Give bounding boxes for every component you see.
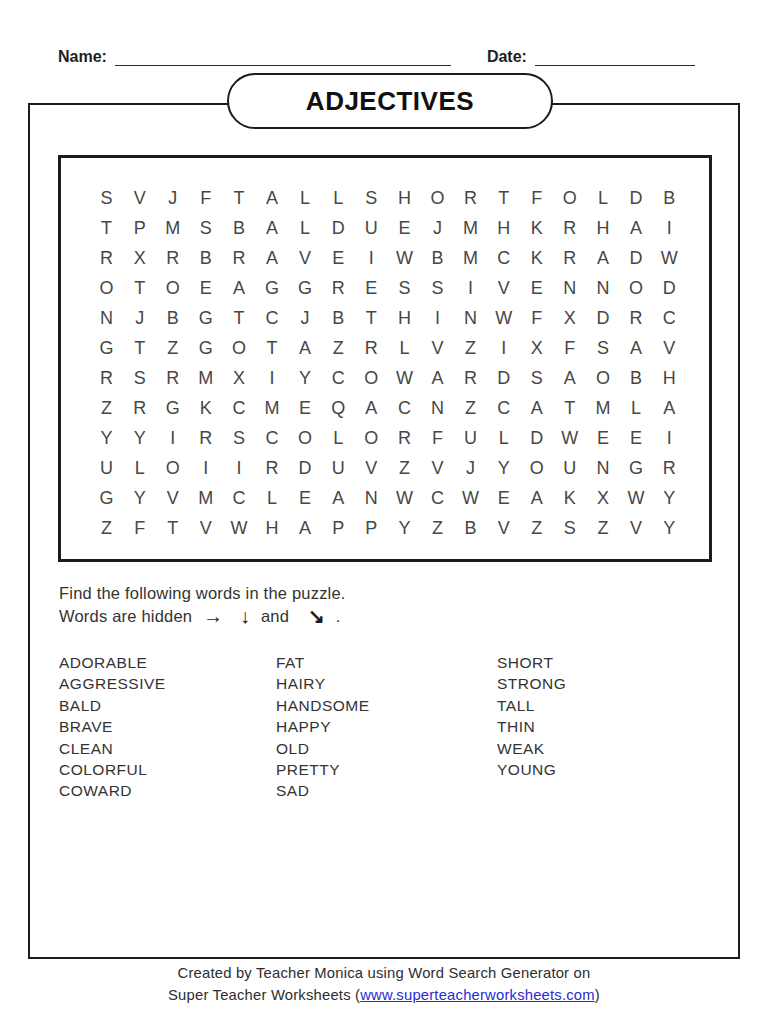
grid-cell: L xyxy=(620,394,653,424)
grid-cell: O xyxy=(289,424,322,454)
grid-cell: A xyxy=(289,334,322,364)
grid-cell: R xyxy=(222,244,255,274)
grid-cell: S xyxy=(355,184,388,214)
grid-cell: H xyxy=(388,184,421,214)
grid-cell: F xyxy=(189,184,222,214)
grid-cell: Y xyxy=(653,513,686,543)
grid-cell: E xyxy=(355,274,388,304)
grid-cell: A xyxy=(255,244,288,274)
grid-cell: A xyxy=(553,364,586,394)
grid-cell: G xyxy=(90,334,123,364)
grid-cell: W xyxy=(653,244,686,274)
grid-cell: I xyxy=(421,304,454,334)
grid-cell: U xyxy=(90,453,123,483)
grid-cell: R xyxy=(156,244,189,274)
grid-cell: X xyxy=(553,304,586,334)
grid-cell: C xyxy=(487,394,520,424)
grid-cell: K xyxy=(520,244,553,274)
grid-cell: D xyxy=(487,364,520,394)
grid-cell: E xyxy=(487,483,520,513)
grid-cell: B xyxy=(189,244,222,274)
grid-cell: A xyxy=(653,394,686,424)
word-list-item: HAPPY xyxy=(276,716,370,737)
word-list-item: SAD xyxy=(276,780,370,801)
grid-cell: C xyxy=(421,483,454,513)
grid-cell: X xyxy=(123,244,156,274)
grid-cell: A xyxy=(255,184,288,214)
grid-cell: H xyxy=(255,513,288,543)
grid-cell: F xyxy=(123,513,156,543)
grid-cell: S xyxy=(189,214,222,244)
word-list-item: BALD xyxy=(59,695,166,716)
grid-cell: G xyxy=(620,453,653,483)
grid-cell: B xyxy=(620,364,653,394)
grid-cell: G xyxy=(255,274,288,304)
grid-cell: O xyxy=(355,364,388,394)
grid-cell: K xyxy=(553,483,586,513)
grid-cell: L xyxy=(255,483,288,513)
arrow-right-icon: → xyxy=(203,605,223,627)
grid-cell: D xyxy=(620,244,653,274)
word-list-item: HANDSOME xyxy=(276,695,370,716)
grid-cell: R xyxy=(454,184,487,214)
word-list-item: SHORT xyxy=(497,652,566,673)
grid-cell: Z xyxy=(388,453,421,483)
grid-cell: I xyxy=(487,334,520,364)
grid-cell: W xyxy=(388,364,421,394)
grid-cell: Z xyxy=(90,394,123,424)
grid-cell: L xyxy=(322,184,355,214)
name-label: Name: xyxy=(58,48,107,66)
grid-cell: C xyxy=(255,304,288,334)
grid-cell: D xyxy=(586,304,619,334)
word-list-item: HAIRY xyxy=(276,673,370,694)
grid-cell: Z xyxy=(520,513,553,543)
grid-cell: G xyxy=(189,304,222,334)
grid-cell: I xyxy=(653,424,686,454)
grid-cell: L xyxy=(123,453,156,483)
grid-cell: F xyxy=(421,424,454,454)
grid-cell: V xyxy=(421,334,454,364)
grid-cell: S xyxy=(388,274,421,304)
grid-cell: N xyxy=(454,304,487,334)
grid-cell: R xyxy=(454,364,487,394)
grid-cell: V xyxy=(620,513,653,543)
grid-cell: I xyxy=(355,244,388,274)
grid-cell: U xyxy=(355,214,388,244)
grid-cell: Z xyxy=(586,513,619,543)
grid-cell: B xyxy=(653,184,686,214)
grid-cell: A xyxy=(355,394,388,424)
grid-cell: N xyxy=(421,394,454,424)
grid-cell: A xyxy=(255,214,288,244)
footer: Created by Teacher Monica using Word Sea… xyxy=(0,963,768,1006)
word-list-item: ADORABLE xyxy=(59,652,166,673)
grid-cell: N xyxy=(586,453,619,483)
grid-cell: D xyxy=(322,214,355,244)
grid-cell: W xyxy=(222,513,255,543)
grid-cell: R xyxy=(156,364,189,394)
page-title: ADJECTIVES xyxy=(306,86,474,117)
grid-cell: S xyxy=(553,513,586,543)
grid-cell: M xyxy=(454,244,487,274)
grid-cell: T xyxy=(355,304,388,334)
grid-cell: D xyxy=(289,453,322,483)
word-list-item: PRETTY xyxy=(276,759,370,780)
grid-cell: I xyxy=(222,453,255,483)
grid-cell: R xyxy=(553,214,586,244)
grid-cell: X xyxy=(222,364,255,394)
date-label: Date: xyxy=(487,48,527,66)
grid-cell: I xyxy=(454,274,487,304)
grid-cell: R xyxy=(388,424,421,454)
grid-cell: L xyxy=(322,424,355,454)
grid-cell: A xyxy=(421,364,454,394)
grid-cell: S xyxy=(90,184,123,214)
grid-cell: Z xyxy=(156,334,189,364)
grid-cell: G xyxy=(289,274,322,304)
instructions-line2-text: Words are hidden xyxy=(59,607,192,625)
word-list-item: WEAK xyxy=(497,738,566,759)
grid-cell: W xyxy=(388,483,421,513)
grid-cell: S xyxy=(222,424,255,454)
grid-cell: O xyxy=(421,184,454,214)
grid-cell: S xyxy=(586,334,619,364)
word-list-item: YOUNG xyxy=(497,759,566,780)
grid-cell: V xyxy=(421,453,454,483)
grid-cell: O xyxy=(586,364,619,394)
grid-cell: V xyxy=(487,274,520,304)
grid-cell: O xyxy=(520,453,553,483)
word-list-item: OLD xyxy=(276,738,370,759)
grid-cell: V xyxy=(355,453,388,483)
grid-cell: X xyxy=(520,334,553,364)
word-search-board: SVJFTALLSHORTFOLDBTPMSBALDUEJMHKRHAIRXRB… xyxy=(58,155,712,562)
word-search-grid: SVJFTALLSHORTFOLDBTPMSBALDUEJMHKRHAIRXRB… xyxy=(90,184,686,543)
grid-cell: J xyxy=(454,453,487,483)
grid-cell: W xyxy=(454,483,487,513)
grid-cell: C xyxy=(653,304,686,334)
grid-cell: Y xyxy=(123,483,156,513)
grid-cell: Z xyxy=(421,513,454,543)
grid-cell: P xyxy=(355,513,388,543)
grid-cell: E xyxy=(586,424,619,454)
grid-cell: F xyxy=(553,334,586,364)
instructions-and-text: and xyxy=(261,607,289,625)
grid-cell: W xyxy=(620,483,653,513)
grid-cell: R xyxy=(620,304,653,334)
grid-cell: A xyxy=(620,214,653,244)
grid-cell: B xyxy=(421,244,454,274)
grid-cell: A xyxy=(520,483,553,513)
grid-cell: O xyxy=(620,274,653,304)
grid-cell: W xyxy=(487,304,520,334)
grid-cell: V xyxy=(487,513,520,543)
arrow-diagonal-icon: ↘ xyxy=(308,605,325,627)
word-list-item: FAT xyxy=(276,652,370,673)
grid-cell: D xyxy=(620,184,653,214)
grid-cell: U xyxy=(553,453,586,483)
grid-cell: T xyxy=(123,334,156,364)
word-list-item: TALL xyxy=(497,695,566,716)
grid-cell: T xyxy=(90,214,123,244)
word-list-column-1: ADORABLEAGGRESSIVEBALDBRAVECLEANCOLORFUL… xyxy=(59,652,166,802)
grid-cell: S xyxy=(123,364,156,394)
grid-cell: M xyxy=(454,214,487,244)
date-write-line xyxy=(535,45,695,66)
grid-cell: M xyxy=(189,483,222,513)
grid-cell: G xyxy=(90,483,123,513)
grid-cell: C xyxy=(255,424,288,454)
grid-cell: A xyxy=(520,394,553,424)
grid-cell: O xyxy=(222,334,255,364)
grid-cell: R xyxy=(90,244,123,274)
grid-cell: O xyxy=(553,184,586,214)
grid-cell: G xyxy=(156,394,189,424)
title-banner: ADJECTIVES xyxy=(227,73,553,129)
footer-line1: Created by Teacher Monica using Word Sea… xyxy=(0,963,768,985)
grid-cell: J xyxy=(156,184,189,214)
grid-cell: R xyxy=(123,394,156,424)
grid-cell: T xyxy=(487,184,520,214)
footer-line2: Super Teacher Worksheets (www.superteach… xyxy=(0,985,768,1007)
grid-cell: T xyxy=(222,184,255,214)
grid-cell: Y xyxy=(653,483,686,513)
grid-cell: I xyxy=(653,214,686,244)
grid-cell: H xyxy=(487,214,520,244)
grid-cell: O xyxy=(355,424,388,454)
word-list-item: BRAVE xyxy=(59,716,166,737)
grid-cell: I xyxy=(189,453,222,483)
grid-cell: N xyxy=(553,274,586,304)
name-date-row: Name: Date: xyxy=(58,44,695,66)
grid-cell: R xyxy=(553,244,586,274)
grid-cell: Z xyxy=(322,334,355,364)
grid-cell: E xyxy=(388,214,421,244)
grid-cell: Y xyxy=(90,424,123,454)
grid-cell: V xyxy=(189,513,222,543)
grid-cell: C xyxy=(388,394,421,424)
word-list-item: COLORFUL xyxy=(59,759,166,780)
grid-cell: Y xyxy=(487,453,520,483)
grid-cell: T xyxy=(255,334,288,364)
grid-cell: B xyxy=(156,304,189,334)
grid-cell: B xyxy=(222,214,255,244)
footer-line2-suffix: ) xyxy=(595,987,600,1003)
grid-cell: P xyxy=(123,214,156,244)
grid-cell: A xyxy=(289,513,322,543)
word-list-item: COWARD xyxy=(59,780,166,801)
grid-cell: O xyxy=(156,453,189,483)
grid-cell: O xyxy=(156,274,189,304)
grid-cell: T xyxy=(222,304,255,334)
grid-cell: F xyxy=(520,184,553,214)
word-list-item: CLEAN xyxy=(59,738,166,759)
grid-cell: C xyxy=(222,483,255,513)
grid-cell: J xyxy=(421,214,454,244)
grid-cell: U xyxy=(454,424,487,454)
instructions-period: . xyxy=(336,607,341,625)
grid-cell: Y xyxy=(388,513,421,543)
grid-cell: D xyxy=(520,424,553,454)
grid-cell: A xyxy=(322,483,355,513)
grid-cell: T xyxy=(553,394,586,424)
grid-cell: X xyxy=(586,483,619,513)
grid-cell: V xyxy=(289,244,322,274)
grid-cell: R xyxy=(355,334,388,364)
grid-cell: S xyxy=(421,274,454,304)
word-list-column-2: FATHAIRYHANDSOMEHAPPYOLDPRETTYSAD xyxy=(276,652,370,802)
instructions-line1: Find the following words in the puzzle. xyxy=(59,582,346,605)
grid-cell: Z xyxy=(90,513,123,543)
instructions-line2: Words are hidden → ↓ and ↘ . xyxy=(59,605,346,628)
grid-cell: W xyxy=(553,424,586,454)
grid-cell: L xyxy=(487,424,520,454)
grid-cell: K xyxy=(189,394,222,424)
grid-cell: I xyxy=(255,364,288,394)
grid-cell: E xyxy=(322,244,355,274)
grid-cell: T xyxy=(156,513,189,543)
grid-cell: S xyxy=(520,364,553,394)
grid-cell: B xyxy=(454,513,487,543)
grid-cell: M xyxy=(255,394,288,424)
word-list-item: STRONG xyxy=(497,673,566,694)
grid-cell: E xyxy=(520,274,553,304)
word-list-item: THIN xyxy=(497,716,566,737)
grid-cell: Y xyxy=(289,364,322,394)
word-list-item: AGGRESSIVE xyxy=(59,673,166,694)
grid-cell: V xyxy=(123,184,156,214)
grid-cell: M xyxy=(156,214,189,244)
grid-cell: B xyxy=(322,304,355,334)
grid-cell: Q xyxy=(322,394,355,424)
grid-cell: H xyxy=(388,304,421,334)
grid-cell: H xyxy=(586,214,619,244)
grid-cell: V xyxy=(156,483,189,513)
grid-cell: E xyxy=(289,394,322,424)
grid-cell: L xyxy=(388,334,421,364)
grid-cell: W xyxy=(388,244,421,274)
word-list-column-3: SHORTSTRONGTALLTHINWEAKYOUNG xyxy=(497,652,566,780)
grid-cell: T xyxy=(123,274,156,304)
grid-cell: R xyxy=(653,453,686,483)
grid-cell: Y xyxy=(123,424,156,454)
grid-cell: V xyxy=(653,334,686,364)
grid-cell: A xyxy=(586,244,619,274)
grid-cell: M xyxy=(586,394,619,424)
grid-cell: Z xyxy=(454,394,487,424)
grid-cell: I xyxy=(156,424,189,454)
grid-cell: N xyxy=(586,274,619,304)
grid-cell: D xyxy=(653,274,686,304)
grid-cell: U xyxy=(322,453,355,483)
grid-cell: Z xyxy=(454,334,487,364)
grid-cell: A xyxy=(620,334,653,364)
grid-cell: F xyxy=(520,304,553,334)
name-write-line xyxy=(115,45,451,66)
grid-cell: O xyxy=(90,274,123,304)
grid-cell: C xyxy=(222,394,255,424)
grid-cell: G xyxy=(189,334,222,364)
grid-cell: L xyxy=(289,184,322,214)
grid-cell: N xyxy=(355,483,388,513)
footer-line2-prefix: Super Teacher Worksheets ( xyxy=(168,987,360,1003)
grid-cell: N xyxy=(90,304,123,334)
arrow-down-icon: ↓ xyxy=(240,605,250,627)
grid-cell: H xyxy=(653,364,686,394)
grid-cell: L xyxy=(289,214,322,244)
grid-cell: R xyxy=(90,364,123,394)
grid-cell: J xyxy=(123,304,156,334)
grid-cell: E xyxy=(289,483,322,513)
grid-cell: R xyxy=(255,453,288,483)
instructions: Find the following words in the puzzle. … xyxy=(59,582,346,628)
grid-cell: E xyxy=(620,424,653,454)
grid-cell: J xyxy=(289,304,322,334)
grid-cell: L xyxy=(586,184,619,214)
grid-cell: R xyxy=(189,424,222,454)
grid-cell: M xyxy=(189,364,222,394)
grid-cell: A xyxy=(222,274,255,304)
grid-cell: K xyxy=(520,214,553,244)
grid-cell: C xyxy=(487,244,520,274)
grid-cell: C xyxy=(322,364,355,394)
super-teacher-worksheets-link[interactable]: www.superteacherworksheets.com xyxy=(360,987,595,1003)
grid-cell: E xyxy=(189,274,222,304)
grid-cell: R xyxy=(322,274,355,304)
grid-cell: P xyxy=(322,513,355,543)
